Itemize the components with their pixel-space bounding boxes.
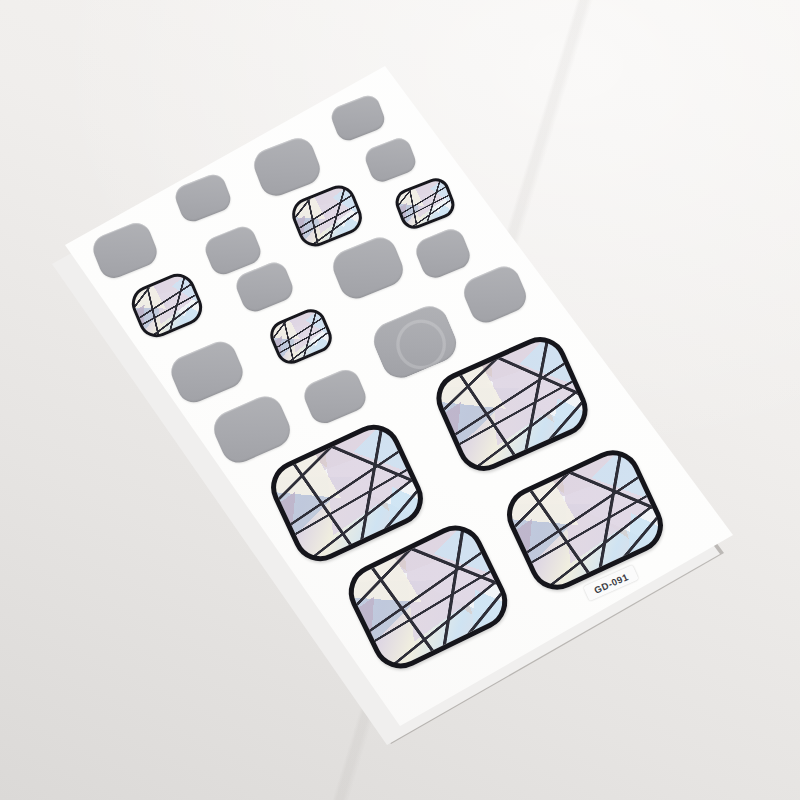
sticker-sheet <box>0 0 800 800</box>
photo-backdrop: GD-091 <box>0 0 800 800</box>
